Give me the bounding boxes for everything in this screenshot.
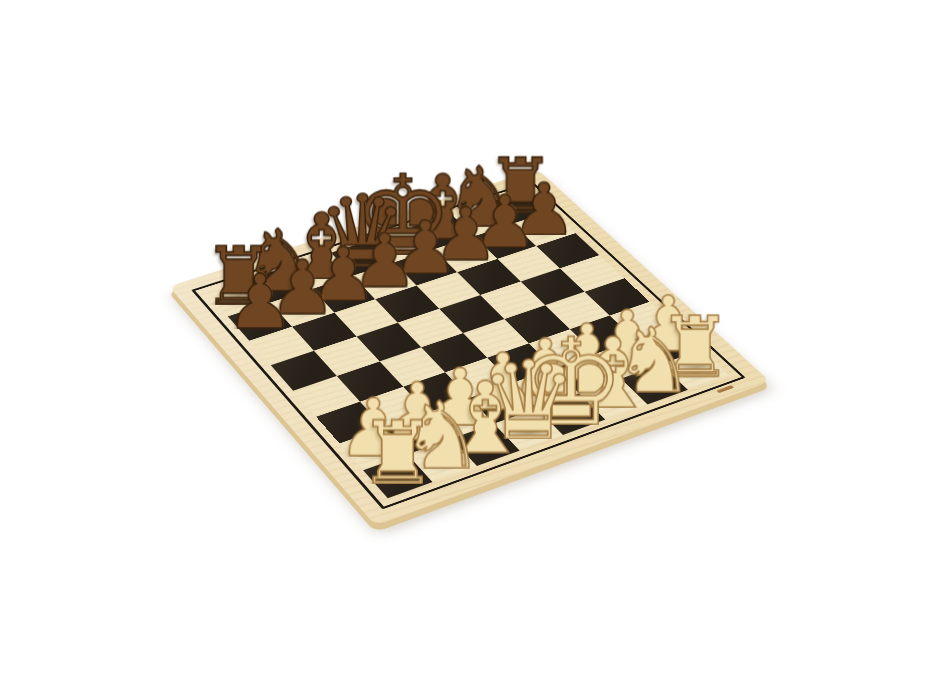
board-grid: ♜♞♝♛♚♝♞♜♟♟♟♟♟♟♟♟♟♟♟♟♟♟♟♟♜♞♝♛♚♝♞♜ bbox=[207, 189, 729, 498]
product-photo-scene: ♜♞♝♛♚♝♞♜♟♟♟♟♟♟♟♟♟♟♟♟♟♟♟♟♜♞♝♛♚♝♞♜ bbox=[0, 0, 928, 686]
chess-board: ♜♞♝♛♚♝♞♜♟♟♟♟♟♟♟♟♟♟♟♟♟♟♟♟♜♞♝♛♚♝♞♜ bbox=[169, 169, 770, 525]
